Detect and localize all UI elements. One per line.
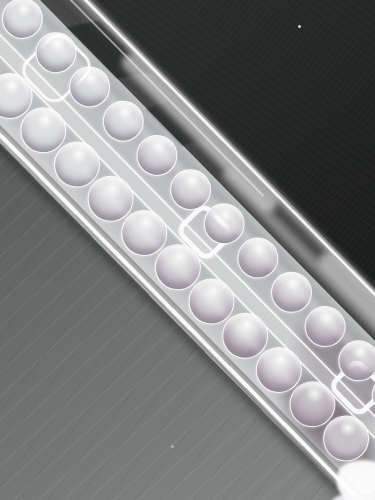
photo-stage xyxy=(0,0,375,500)
dust-speck xyxy=(171,445,174,448)
dust-speck xyxy=(298,25,301,28)
